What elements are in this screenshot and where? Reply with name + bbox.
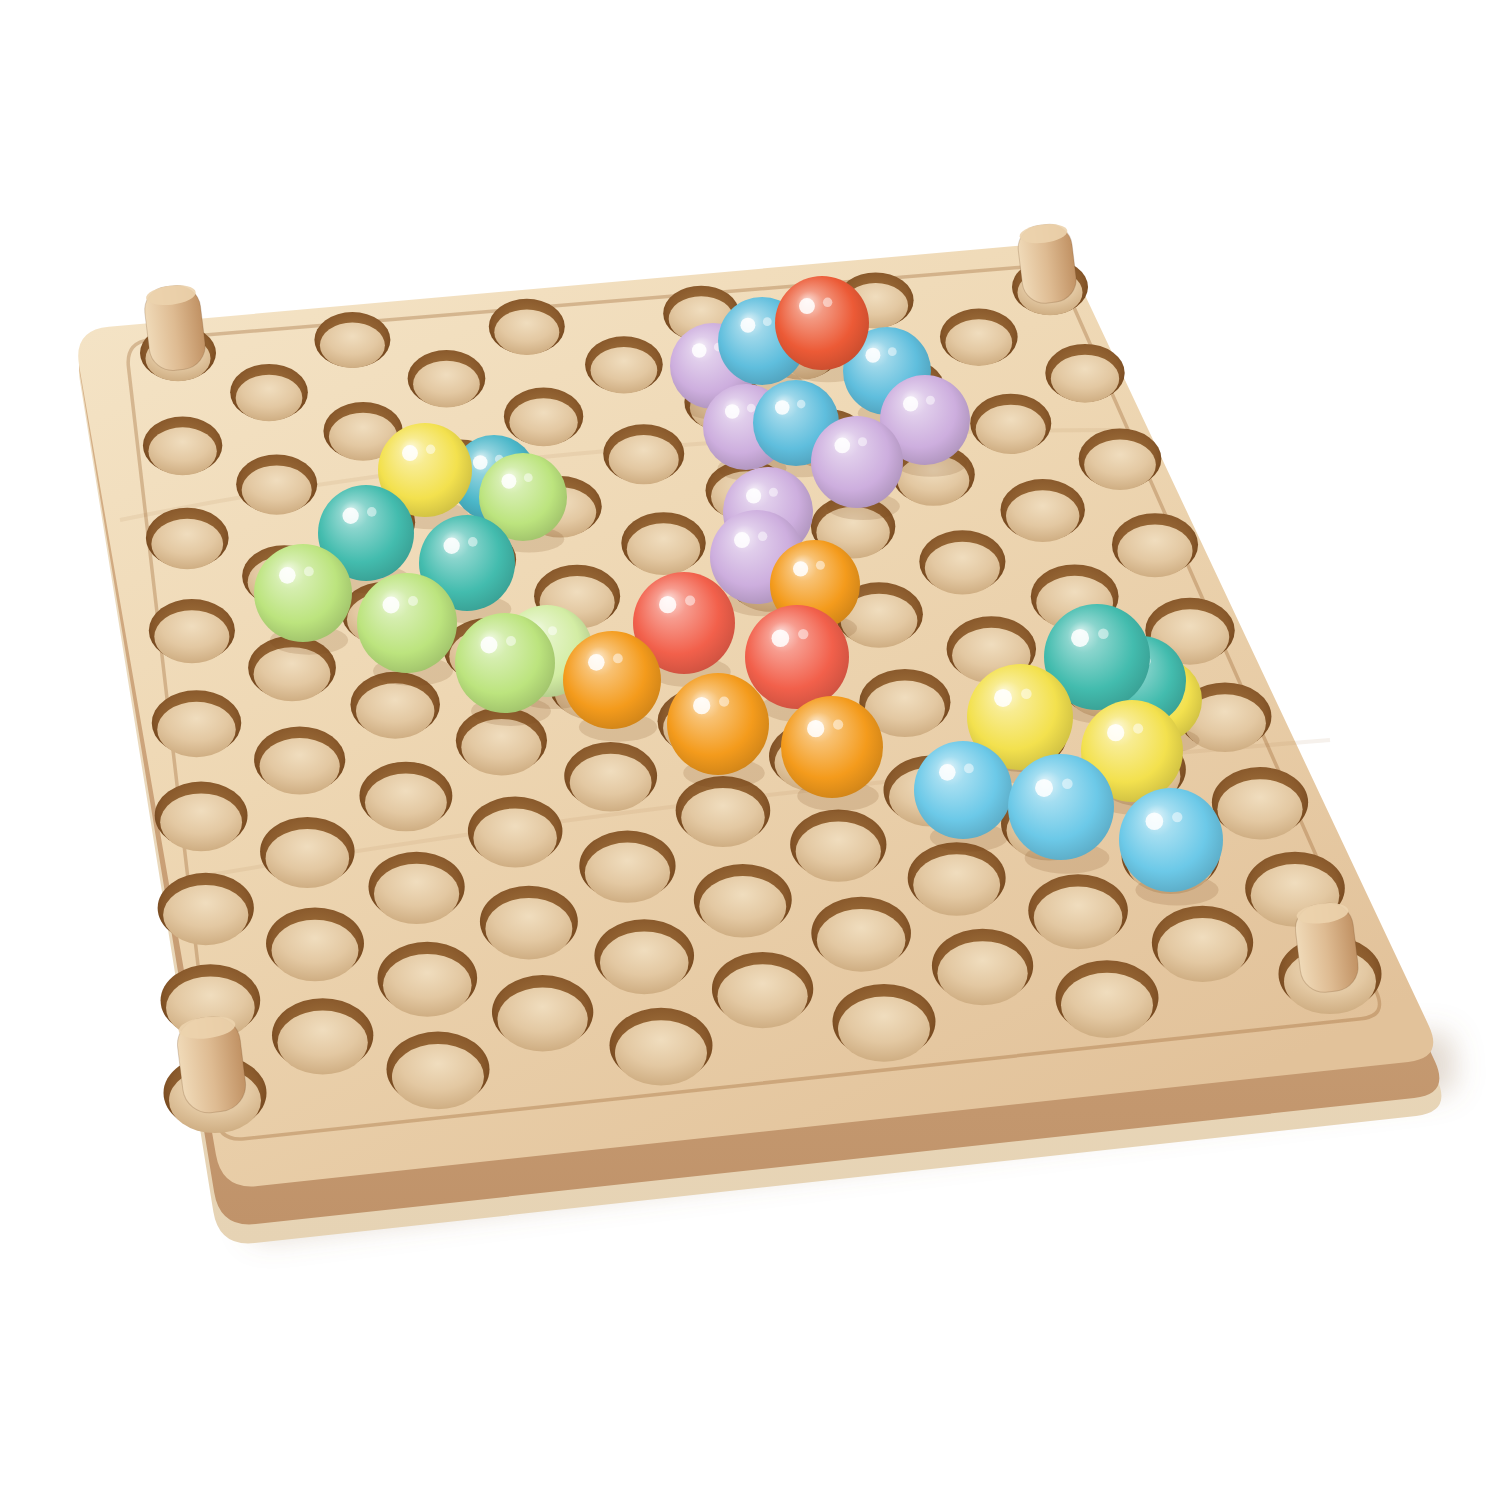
ball	[455, 613, 555, 713]
hole-floor	[485, 898, 572, 959]
hole-floor	[157, 702, 236, 757]
hole-floor	[473, 808, 557, 867]
hole-floor	[838, 997, 930, 1062]
hole-floor	[365, 774, 447, 832]
ball-highlight-2	[426, 445, 435, 454]
ball	[914, 741, 1012, 839]
cluster-center-orange-coral-ball-5-orange[interactable]	[667, 673, 769, 775]
hole-floor	[266, 829, 350, 888]
hole-floor	[717, 964, 807, 1028]
hole-floor	[945, 319, 1012, 366]
ball-highlight-2	[304, 567, 314, 577]
ball-highlight	[693, 697, 710, 714]
ball-highlight	[402, 445, 418, 461]
hole-floor	[163, 885, 248, 945]
ball-highlight	[383, 597, 400, 614]
hole-floor	[1117, 524, 1192, 577]
cluster-top-purple-blue-red-ball-4-red[interactable]	[775, 276, 869, 370]
ball-highlight-2	[1098, 628, 1109, 639]
hole-floor	[151, 519, 223, 569]
hole-floor	[1061, 973, 1153, 1038]
ball-highlight	[501, 474, 516, 489]
ball-highlight-2	[524, 473, 533, 482]
hole-floor	[154, 610, 229, 663]
hole-floor	[913, 854, 1000, 915]
ball-highlight	[473, 455, 488, 470]
hole-floor	[413, 361, 480, 408]
ball	[357, 573, 457, 673]
ball	[1008, 754, 1114, 860]
hole-floor	[609, 435, 679, 484]
ball-highlight	[342, 508, 358, 524]
hole-floor	[242, 465, 312, 514]
ball	[254, 544, 352, 642]
ball-highlight	[725, 404, 740, 419]
cluster-center-orange-coral-ball-6-orange[interactable]	[781, 696, 883, 798]
ball-highlight-2	[408, 596, 418, 606]
hole-floor	[272, 920, 359, 981]
hole-floor	[925, 542, 1000, 595]
hole-floor	[1034, 887, 1123, 950]
hole-floor	[585, 843, 670, 903]
ball-highlight-2	[1062, 778, 1073, 789]
hole-floor	[356, 683, 435, 738]
ball-highlight	[939, 764, 956, 781]
ball-highlight-2	[858, 437, 867, 446]
ball-highlight	[659, 596, 676, 613]
ball-highlight-2	[763, 317, 772, 326]
ball-highlight-2	[823, 298, 832, 307]
ball-highlight	[772, 629, 790, 647]
ball-highlight-2	[926, 396, 935, 405]
ball-highlight	[1035, 779, 1053, 797]
ball-highlight-2	[1172, 812, 1182, 822]
cluster-left-green-teal-yellow-ball-9-lightgreen[interactable]	[455, 613, 555, 713]
hole-floor	[278, 1011, 368, 1075]
ball-highlight-2	[367, 507, 377, 517]
ball-highlight	[865, 348, 880, 363]
hole-floor	[320, 323, 385, 368]
ball-highlight-2	[719, 696, 729, 706]
ball-highlight-2	[506, 636, 516, 646]
hole-floor	[494, 309, 559, 354]
ball	[1119, 788, 1223, 892]
cluster-left-green-teal-yellow-ball-8-lightgreen[interactable]	[357, 573, 457, 673]
ball-highlight	[443, 538, 459, 554]
cluster-left-green-teal-yellow-ball-7-lightgreen[interactable]	[254, 544, 352, 642]
cluster-center-orange-coral-ball-4-orange[interactable]	[563, 631, 661, 729]
cluster-right-blue-yellow-teal-ball-6-skyblue[interactable]	[914, 741, 1012, 839]
ball-highlight-2	[1133, 723, 1143, 733]
ball-highlight	[799, 298, 815, 314]
ball-highlight-2	[548, 626, 557, 635]
ball-highlight	[740, 318, 755, 333]
ball	[811, 416, 903, 508]
ball	[775, 276, 869, 370]
hole-floor	[570, 754, 652, 812]
ball-highlight	[793, 561, 808, 576]
hole-floor	[392, 1044, 484, 1109]
hole-floor	[1157, 918, 1247, 982]
ball	[745, 605, 849, 709]
hole-floor	[796, 821, 881, 881]
ball-highlight	[746, 488, 761, 503]
ball-highlight	[1107, 724, 1124, 741]
hole-floor	[236, 375, 303, 422]
hole-floor	[374, 864, 459, 924]
ball-highlight	[588, 654, 605, 671]
ball-highlight	[834, 438, 850, 454]
ball	[563, 631, 661, 729]
hole-floor	[1217, 779, 1302, 839]
product-photo	[0, 0, 1500, 1500]
hole-floor	[160, 793, 242, 851]
ball-highlight	[692, 343, 707, 358]
hole-floor	[509, 398, 577, 446]
hole-floor	[627, 523, 700, 575]
ball-highlight-2	[816, 561, 825, 570]
ball-highlight-2	[685, 595, 695, 605]
ball-highlight	[903, 396, 918, 411]
ball-highlight	[994, 689, 1012, 707]
hole-floor	[1084, 440, 1156, 490]
ball	[667, 673, 769, 775]
hole-floor	[976, 405, 1046, 454]
ball-highlight-2	[798, 629, 808, 639]
cluster-center-orange-coral-ball-3-coral[interactable]	[745, 605, 849, 709]
ball-highlight-2	[1021, 688, 1032, 699]
ball-highlight-2	[747, 404, 756, 413]
hole-floor	[461, 719, 541, 776]
ball-highlight	[279, 567, 296, 584]
hole-floor	[591, 347, 658, 394]
ball	[781, 696, 883, 798]
ball-highlight	[734, 532, 750, 548]
hole-floor	[817, 909, 906, 972]
hole-floor	[148, 427, 216, 475]
hole-floor	[497, 987, 587, 1051]
ball-highlight-2	[797, 400, 806, 409]
hole-floor	[383, 954, 472, 1017]
hole-floor	[260, 738, 340, 795]
hole-floor	[937, 941, 1027, 1005]
hole-floor	[1051, 355, 1119, 403]
ball-highlight	[807, 720, 824, 737]
ball-highlight-2	[769, 488, 778, 497]
hole-floor	[699, 876, 786, 937]
hole-floor	[254, 647, 331, 701]
ball-highlight-2	[613, 654, 623, 664]
ball-highlight-2	[468, 537, 478, 547]
ball-highlight-2	[833, 719, 843, 729]
ball-highlight-2	[964, 764, 974, 774]
bead-board-scene	[0, 0, 1500, 1500]
cluster-top-purple-blue-red-ball-8-lavender[interactable]	[811, 416, 903, 508]
hole-floor	[1006, 490, 1079, 542]
ball-highlight-2	[888, 347, 897, 356]
ball-highlight	[1146, 812, 1164, 830]
ball-highlight	[481, 637, 498, 654]
hole-floor	[600, 931, 689, 994]
cluster-right-blue-yellow-teal-ball-7-skyblue[interactable]	[1008, 754, 1114, 860]
cluster-right-blue-yellow-teal-ball-8-skyblue[interactable]	[1119, 788, 1223, 892]
ball-highlight-2	[758, 532, 767, 541]
ball-highlight	[1071, 629, 1089, 647]
hole-floor	[615, 1020, 707, 1085]
ball-highlight	[775, 400, 790, 415]
hole-floor	[681, 788, 765, 847]
